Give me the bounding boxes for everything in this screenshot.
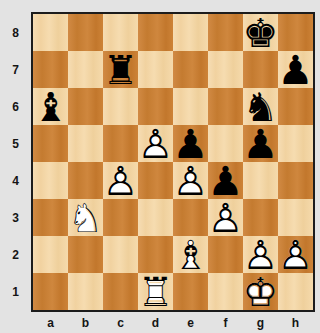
square-c7[interactable]: ♜ <box>103 51 138 88</box>
white-bishop-outline-glyph: ♗ <box>173 236 208 273</box>
square-b2[interactable] <box>68 236 103 273</box>
file-label-h: h <box>278 313 313 332</box>
square-b8[interactable] <box>68 14 103 51</box>
square-b5[interactable] <box>68 125 103 162</box>
square-g3[interactable] <box>243 199 278 236</box>
square-g5[interactable]: ♟ <box>243 125 278 162</box>
square-b6[interactable] <box>68 88 103 125</box>
file-labels: abcdefgh <box>33 313 313 332</box>
rank-label-7: 7 <box>0 51 31 88</box>
square-h1[interactable] <box>278 273 313 310</box>
white-knight-outline-glyph: ♘ <box>68 199 103 236</box>
white-knight-piece[interactable]: ♞♘ <box>68 199 103 236</box>
white-bishop-fill-glyph: ♝ <box>173 236 208 273</box>
square-g6[interactable]: ♞ <box>243 88 278 125</box>
square-g8[interactable]: ♚ <box>243 14 278 51</box>
white-pawn-fill-glyph: ♟ <box>243 236 278 273</box>
square-a6[interactable]: ♝ <box>33 88 68 125</box>
square-f4[interactable]: ♟ <box>208 162 243 199</box>
rank-label-4: 4 <box>0 162 31 199</box>
square-e7[interactable] <box>173 51 208 88</box>
square-a7[interactable] <box>33 51 68 88</box>
rank-label-1: 1 <box>0 273 31 310</box>
rank-label-8: 8 <box>0 14 31 51</box>
square-e4[interactable]: ♟♙ <box>173 162 208 199</box>
white-knight-fill-glyph: ♞ <box>68 199 103 236</box>
black-pawn-glyph: ♟ <box>278 51 313 88</box>
white-pawn-piece[interactable]: ♟♙ <box>138 125 173 162</box>
white-king-outline-glyph: ♔ <box>243 273 278 310</box>
white-pawn-piece[interactable]: ♟♙ <box>103 162 138 199</box>
square-d3[interactable] <box>138 199 173 236</box>
white-bishop-piece[interactable]: ♝♗ <box>173 236 208 273</box>
file-label-b: b <box>68 313 103 332</box>
square-c8[interactable] <box>103 14 138 51</box>
square-h8[interactable] <box>278 14 313 51</box>
square-f8[interactable] <box>208 14 243 51</box>
square-f1[interactable] <box>208 273 243 310</box>
square-b4[interactable] <box>68 162 103 199</box>
white-pawn-fill-glyph: ♟ <box>103 162 138 199</box>
square-f7[interactable] <box>208 51 243 88</box>
white-pawn-piece[interactable]: ♟♙ <box>208 199 243 236</box>
rank-labels: 87654321 <box>0 14 31 310</box>
file-label-e: e <box>173 313 208 332</box>
white-rook-piece[interactable]: ♜♖ <box>138 273 173 310</box>
chess-diagram: 87654321 ♚♜♟♝♞♟♙♟♟♟♙♟♙♟♞♘♟♙♝♗♟♙♟♙♜♖♚♔ ab… <box>0 0 320 333</box>
square-e3[interactable] <box>173 199 208 236</box>
square-d2[interactable] <box>138 236 173 273</box>
black-knight-piece[interactable]: ♞ <box>243 88 278 125</box>
square-g1[interactable]: ♚♔ <box>243 273 278 310</box>
white-pawn-fill-glyph: ♟ <box>138 125 173 162</box>
white-pawn-outline-glyph: ♙ <box>138 125 173 162</box>
rank-label-5: 5 <box>0 125 31 162</box>
rank-label-2: 2 <box>0 236 31 273</box>
square-b3[interactable]: ♞♘ <box>68 199 103 236</box>
black-king-piece[interactable]: ♚ <box>243 14 278 51</box>
square-f6[interactable] <box>208 88 243 125</box>
square-a4[interactable] <box>33 162 68 199</box>
black-pawn-glyph: ♟ <box>208 162 243 199</box>
square-d1[interactable]: ♜♖ <box>138 273 173 310</box>
black-bishop-piece[interactable]: ♝ <box>33 88 68 125</box>
square-a5[interactable] <box>33 125 68 162</box>
square-d6[interactable] <box>138 88 173 125</box>
square-f3[interactable]: ♟♙ <box>208 199 243 236</box>
black-pawn-piece[interactable]: ♟ <box>243 125 278 162</box>
square-h2[interactable]: ♟♙ <box>278 236 313 273</box>
file-label-a: a <box>33 313 68 332</box>
square-f2[interactable] <box>208 236 243 273</box>
square-h3[interactable] <box>278 199 313 236</box>
white-pawn-outline-glyph: ♙ <box>278 236 313 273</box>
square-d5[interactable]: ♟♙ <box>138 125 173 162</box>
white-pawn-fill-glyph: ♟ <box>208 199 243 236</box>
square-h6[interactable] <box>278 88 313 125</box>
white-rook-fill-glyph: ♜ <box>138 273 173 310</box>
square-d4[interactable] <box>138 162 173 199</box>
white-pawn-piece[interactable]: ♟♙ <box>173 162 208 199</box>
square-c4[interactable]: ♟♙ <box>103 162 138 199</box>
square-a3[interactable] <box>33 199 68 236</box>
chess-board: ♚♜♟♝♞♟♙♟♟♟♙♟♙♟♞♘♟♙♝♗♟♙♟♙♜♖♚♔ <box>31 12 315 312</box>
square-d8[interactable] <box>138 14 173 51</box>
black-rook-glyph: ♜ <box>103 51 138 88</box>
black-pawn-glyph: ♟ <box>243 125 278 162</box>
square-g4[interactable] <box>243 162 278 199</box>
square-e1[interactable] <box>173 273 208 310</box>
square-b7[interactable] <box>68 51 103 88</box>
square-e5[interactable]: ♟ <box>173 125 208 162</box>
square-f5[interactable] <box>208 125 243 162</box>
square-h5[interactable] <box>278 125 313 162</box>
rank-label-3: 3 <box>0 199 31 236</box>
white-pawn-fill-glyph: ♟ <box>278 236 313 273</box>
file-label-d: d <box>138 313 173 332</box>
square-g2[interactable]: ♟♙ <box>243 236 278 273</box>
square-c3[interactable] <box>103 199 138 236</box>
white-pawn-fill-glyph: ♟ <box>173 162 208 199</box>
white-pawn-piece[interactable]: ♟♙ <box>278 236 313 273</box>
black-king-glyph: ♚ <box>243 14 278 51</box>
black-pawn-piece[interactable]: ♟ <box>278 51 313 88</box>
white-king-fill-glyph: ♚ <box>243 273 278 310</box>
white-king-piece[interactable]: ♚♔ <box>243 273 278 310</box>
square-e6[interactable] <box>173 88 208 125</box>
rank-label-6: 6 <box>0 88 31 125</box>
black-pawn-piece[interactable]: ♟ <box>173 125 208 162</box>
white-pawn-outline-glyph: ♙ <box>243 236 278 273</box>
square-c6[interactable] <box>103 88 138 125</box>
black-pawn-glyph: ♟ <box>173 125 208 162</box>
square-g7[interactable] <box>243 51 278 88</box>
square-h4[interactable] <box>278 162 313 199</box>
square-c1[interactable] <box>103 273 138 310</box>
square-a2[interactable] <box>33 236 68 273</box>
black-pawn-piece[interactable]: ♟ <box>208 162 243 199</box>
square-h7[interactable]: ♟ <box>278 51 313 88</box>
square-c2[interactable] <box>103 236 138 273</box>
white-pawn-outline-glyph: ♙ <box>173 162 208 199</box>
black-knight-glyph: ♞ <box>243 88 278 125</box>
black-bishop-glyph: ♝ <box>33 88 68 125</box>
file-label-c: c <box>103 313 138 332</box>
white-rook-outline-glyph: ♖ <box>138 273 173 310</box>
file-label-g: g <box>243 313 278 332</box>
white-pawn-piece[interactable]: ♟♙ <box>243 236 278 273</box>
file-label-f: f <box>208 313 243 332</box>
square-a1[interactable] <box>33 273 68 310</box>
square-e8[interactable] <box>173 14 208 51</box>
square-c5[interactable] <box>103 125 138 162</box>
square-b1[interactable] <box>68 273 103 310</box>
white-pawn-outline-glyph: ♙ <box>103 162 138 199</box>
white-pawn-outline-glyph: ♙ <box>208 199 243 236</box>
black-rook-piece[interactable]: ♜ <box>103 51 138 88</box>
square-e2[interactable]: ♝♗ <box>173 236 208 273</box>
square-d7[interactable] <box>138 51 173 88</box>
square-a8[interactable] <box>33 14 68 51</box>
